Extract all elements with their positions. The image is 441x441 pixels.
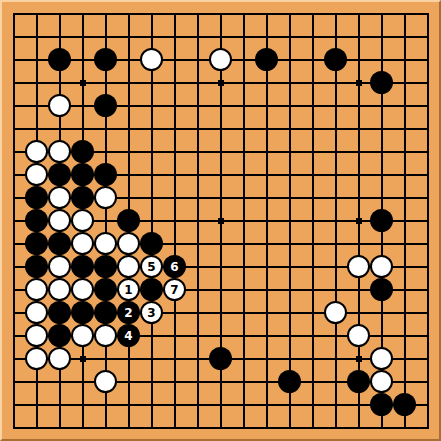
intersection[interactable] (117, 48, 140, 71)
intersection[interactable] (232, 347, 255, 370)
intersection[interactable] (370, 370, 393, 393)
intersection[interactable] (301, 48, 324, 71)
intersection[interactable] (232, 232, 255, 255)
intersection[interactable] (163, 25, 186, 48)
intersection[interactable] (255, 370, 278, 393)
intersection[interactable] (71, 209, 94, 232)
intersection[interactable] (347, 255, 370, 278)
intersection[interactable] (347, 347, 370, 370)
intersection[interactable] (71, 48, 94, 71)
intersection[interactable] (2, 324, 25, 347)
intersection[interactable] (48, 393, 71, 416)
intersection[interactable] (140, 278, 163, 301)
intersection[interactable] (347, 278, 370, 301)
intersection[interactable] (186, 370, 209, 393)
intersection[interactable]: 2 (117, 301, 140, 324)
intersection[interactable] (163, 48, 186, 71)
intersection[interactable] (117, 71, 140, 94)
intersection[interactable] (278, 370, 301, 393)
intersection[interactable] (347, 140, 370, 163)
intersection[interactable] (163, 232, 186, 255)
intersection[interactable] (25, 140, 48, 163)
intersection[interactable] (370, 117, 393, 140)
intersection[interactable] (232, 25, 255, 48)
intersection[interactable] (278, 278, 301, 301)
intersection[interactable] (186, 278, 209, 301)
intersection[interactable] (71, 370, 94, 393)
intersection[interactable] (416, 370, 439, 393)
intersection[interactable] (370, 393, 393, 416)
intersection[interactable] (301, 163, 324, 186)
intersection[interactable] (416, 186, 439, 209)
intersection[interactable] (25, 301, 48, 324)
intersection[interactable] (209, 278, 232, 301)
intersection[interactable] (278, 94, 301, 117)
intersection[interactable] (255, 393, 278, 416)
intersection[interactable] (232, 71, 255, 94)
intersection[interactable] (2, 416, 25, 439)
intersection[interactable] (25, 94, 48, 117)
intersection[interactable] (209, 94, 232, 117)
intersection[interactable] (140, 2, 163, 25)
intersection[interactable] (255, 324, 278, 347)
intersection[interactable]: 4 (117, 324, 140, 347)
intersection[interactable] (232, 163, 255, 186)
intersection[interactable] (94, 370, 117, 393)
intersection[interactable] (278, 347, 301, 370)
intersection[interactable] (71, 117, 94, 140)
intersection[interactable] (255, 416, 278, 439)
intersection[interactable] (301, 94, 324, 117)
intersection[interactable] (416, 393, 439, 416)
intersection[interactable] (48, 209, 71, 232)
intersection[interactable] (324, 25, 347, 48)
intersection[interactable] (140, 393, 163, 416)
intersection[interactable] (278, 25, 301, 48)
intersection[interactable] (186, 94, 209, 117)
intersection[interactable] (163, 301, 186, 324)
intersection[interactable] (140, 370, 163, 393)
intersection[interactable] (48, 301, 71, 324)
intersection[interactable] (2, 140, 25, 163)
intersection[interactable] (2, 278, 25, 301)
intersection[interactable] (163, 209, 186, 232)
intersection[interactable] (347, 2, 370, 25)
intersection[interactable] (324, 48, 347, 71)
intersection[interactable] (324, 186, 347, 209)
intersection[interactable] (2, 48, 25, 71)
intersection[interactable] (48, 324, 71, 347)
intersection[interactable] (2, 370, 25, 393)
intersection[interactable] (186, 301, 209, 324)
intersection[interactable] (347, 71, 370, 94)
intersection[interactable] (48, 255, 71, 278)
intersection[interactable] (301, 301, 324, 324)
intersection[interactable] (278, 163, 301, 186)
intersection[interactable] (186, 117, 209, 140)
intersection[interactable] (94, 209, 117, 232)
intersection[interactable] (94, 117, 117, 140)
intersection[interactable] (117, 393, 140, 416)
intersection[interactable] (370, 2, 393, 25)
intersection[interactable] (71, 94, 94, 117)
intersection[interactable] (232, 209, 255, 232)
intersection[interactable] (186, 416, 209, 439)
intersection[interactable]: 7 (163, 278, 186, 301)
intersection[interactable] (393, 71, 416, 94)
intersection[interactable] (324, 370, 347, 393)
intersection[interactable] (232, 370, 255, 393)
intersection[interactable] (278, 117, 301, 140)
intersection[interactable] (94, 186, 117, 209)
intersection[interactable] (2, 255, 25, 278)
intersection[interactable] (232, 186, 255, 209)
intersection[interactable] (163, 416, 186, 439)
intersection[interactable] (117, 255, 140, 278)
intersection[interactable] (301, 393, 324, 416)
intersection[interactable] (278, 301, 301, 324)
intersection[interactable] (209, 140, 232, 163)
intersection[interactable] (117, 232, 140, 255)
intersection[interactable] (163, 370, 186, 393)
intersection[interactable] (301, 232, 324, 255)
intersection[interactable] (140, 324, 163, 347)
intersection[interactable] (255, 48, 278, 71)
intersection[interactable] (278, 416, 301, 439)
intersection[interactable] (416, 347, 439, 370)
intersection[interactable] (140, 416, 163, 439)
intersection[interactable] (416, 416, 439, 439)
intersection[interactable] (416, 209, 439, 232)
intersection[interactable] (163, 71, 186, 94)
intersection[interactable] (416, 278, 439, 301)
intersection[interactable] (71, 25, 94, 48)
intersection[interactable] (393, 2, 416, 25)
intersection[interactable] (393, 186, 416, 209)
intersection[interactable] (232, 2, 255, 25)
intersection[interactable] (48, 186, 71, 209)
intersection[interactable] (232, 255, 255, 278)
intersection[interactable] (48, 2, 71, 25)
intersection[interactable] (324, 255, 347, 278)
intersection[interactable] (25, 25, 48, 48)
intersection[interactable] (232, 278, 255, 301)
intersection[interactable] (25, 163, 48, 186)
intersection[interactable] (140, 209, 163, 232)
intersection[interactable] (393, 232, 416, 255)
intersection[interactable] (324, 232, 347, 255)
intersection[interactable] (25, 209, 48, 232)
intersection[interactable] (393, 347, 416, 370)
intersection[interactable] (278, 255, 301, 278)
intersection[interactable] (255, 255, 278, 278)
intersection[interactable] (393, 48, 416, 71)
intersection[interactable] (25, 186, 48, 209)
intersection[interactable] (2, 232, 25, 255)
intersection[interactable] (71, 186, 94, 209)
intersection[interactable] (117, 186, 140, 209)
intersection[interactable] (209, 324, 232, 347)
intersection[interactable] (232, 393, 255, 416)
intersection[interactable] (94, 25, 117, 48)
intersection[interactable] (255, 278, 278, 301)
intersection[interactable] (94, 324, 117, 347)
intersection[interactable] (209, 71, 232, 94)
intersection[interactable] (163, 94, 186, 117)
intersection[interactable] (209, 2, 232, 25)
intersection[interactable] (140, 94, 163, 117)
intersection[interactable] (232, 117, 255, 140)
intersection[interactable] (117, 209, 140, 232)
intersection[interactable] (94, 94, 117, 117)
intersection[interactable] (186, 71, 209, 94)
intersection[interactable] (301, 2, 324, 25)
intersection[interactable] (117, 140, 140, 163)
intersection[interactable] (94, 301, 117, 324)
intersection[interactable] (324, 301, 347, 324)
intersection[interactable] (324, 393, 347, 416)
intersection[interactable] (370, 255, 393, 278)
intersection[interactable] (140, 163, 163, 186)
intersection[interactable] (25, 347, 48, 370)
intersection[interactable] (416, 163, 439, 186)
intersection[interactable] (232, 416, 255, 439)
intersection[interactable] (71, 232, 94, 255)
intersection[interactable] (255, 232, 278, 255)
intersection[interactable] (324, 94, 347, 117)
intersection[interactable] (117, 25, 140, 48)
intersection[interactable] (140, 140, 163, 163)
intersection[interactable] (186, 48, 209, 71)
intersection[interactable] (71, 301, 94, 324)
intersection[interactable] (186, 163, 209, 186)
intersection[interactable] (232, 301, 255, 324)
intersection[interactable] (209, 370, 232, 393)
intersection[interactable] (301, 209, 324, 232)
intersection[interactable] (25, 370, 48, 393)
intersection[interactable] (324, 278, 347, 301)
intersection[interactable] (209, 163, 232, 186)
intersection[interactable] (140, 48, 163, 71)
intersection[interactable] (393, 370, 416, 393)
intersection[interactable] (324, 140, 347, 163)
intersection[interactable] (393, 324, 416, 347)
intersection[interactable] (370, 94, 393, 117)
intersection[interactable] (416, 71, 439, 94)
intersection[interactable] (163, 163, 186, 186)
intersection[interactable] (370, 324, 393, 347)
intersection[interactable] (278, 140, 301, 163)
intersection[interactable] (2, 347, 25, 370)
intersection[interactable] (2, 117, 25, 140)
intersection[interactable] (209, 48, 232, 71)
intersection[interactable]: 6 (163, 255, 186, 278)
intersection[interactable] (347, 48, 370, 71)
intersection[interactable] (2, 71, 25, 94)
intersection[interactable] (94, 278, 117, 301)
intersection[interactable] (370, 71, 393, 94)
intersection[interactable] (393, 140, 416, 163)
intersection[interactable] (117, 370, 140, 393)
intersection[interactable] (140, 117, 163, 140)
intersection[interactable] (255, 94, 278, 117)
intersection[interactable] (393, 94, 416, 117)
intersection[interactable] (301, 324, 324, 347)
intersection[interactable] (71, 163, 94, 186)
intersection[interactable] (186, 209, 209, 232)
intersection[interactable] (186, 186, 209, 209)
intersection[interactable] (140, 25, 163, 48)
intersection[interactable] (255, 25, 278, 48)
intersection[interactable] (163, 2, 186, 25)
intersection[interactable] (94, 416, 117, 439)
intersection[interactable] (25, 48, 48, 71)
intersection[interactable] (209, 347, 232, 370)
intersection[interactable] (370, 186, 393, 209)
intersection[interactable] (48, 347, 71, 370)
intersection[interactable] (347, 301, 370, 324)
intersection[interactable] (416, 48, 439, 71)
intersection[interactable] (71, 140, 94, 163)
intersection[interactable] (278, 324, 301, 347)
intersection[interactable] (163, 347, 186, 370)
intersection[interactable] (255, 163, 278, 186)
intersection[interactable] (393, 416, 416, 439)
intersection[interactable] (94, 2, 117, 25)
intersection[interactable] (209, 255, 232, 278)
intersection[interactable] (232, 48, 255, 71)
intersection[interactable] (416, 117, 439, 140)
intersection[interactable] (278, 209, 301, 232)
intersection[interactable] (255, 347, 278, 370)
intersection[interactable] (255, 117, 278, 140)
intersection[interactable] (94, 48, 117, 71)
intersection[interactable] (324, 347, 347, 370)
intersection[interactable]: 3 (140, 301, 163, 324)
intersection[interactable] (163, 324, 186, 347)
intersection[interactable] (94, 71, 117, 94)
intersection[interactable] (370, 140, 393, 163)
intersection[interactable] (370, 163, 393, 186)
intersection[interactable] (25, 71, 48, 94)
intersection[interactable] (71, 347, 94, 370)
intersection[interactable] (186, 2, 209, 25)
intersection[interactable] (232, 140, 255, 163)
intersection[interactable] (209, 25, 232, 48)
intersection[interactable] (416, 255, 439, 278)
intersection[interactable] (209, 186, 232, 209)
intersection[interactable] (255, 209, 278, 232)
intersection[interactable] (48, 94, 71, 117)
intersection[interactable] (48, 140, 71, 163)
intersection[interactable] (347, 232, 370, 255)
intersection[interactable] (347, 94, 370, 117)
intersection[interactable] (163, 393, 186, 416)
intersection[interactable] (94, 393, 117, 416)
intersection[interactable] (94, 140, 117, 163)
intersection[interactable] (25, 416, 48, 439)
intersection[interactable] (416, 94, 439, 117)
intersection[interactable] (71, 2, 94, 25)
intersection[interactable] (370, 209, 393, 232)
intersection[interactable] (416, 232, 439, 255)
intersection[interactable] (94, 232, 117, 255)
intersection[interactable]: 1 (117, 278, 140, 301)
intersection[interactable] (48, 232, 71, 255)
intersection[interactable] (416, 324, 439, 347)
intersection[interactable] (209, 393, 232, 416)
intersection[interactable] (393, 25, 416, 48)
intersection[interactable] (393, 117, 416, 140)
intersection[interactable] (393, 393, 416, 416)
intersection[interactable] (416, 140, 439, 163)
intersection[interactable] (301, 416, 324, 439)
intersection[interactable] (94, 347, 117, 370)
intersection[interactable] (117, 94, 140, 117)
intersection[interactable] (186, 255, 209, 278)
intersection[interactable] (255, 140, 278, 163)
intersection[interactable] (2, 2, 25, 25)
intersection[interactable] (48, 25, 71, 48)
intersection[interactable] (347, 393, 370, 416)
intersection[interactable] (324, 416, 347, 439)
intersection[interactable] (209, 301, 232, 324)
intersection[interactable] (370, 48, 393, 71)
intersection[interactable] (347, 163, 370, 186)
intersection[interactable] (71, 393, 94, 416)
intersection[interactable] (2, 393, 25, 416)
intersection[interactable] (25, 2, 48, 25)
intersection[interactable] (278, 186, 301, 209)
intersection[interactable] (393, 301, 416, 324)
intersection[interactable] (347, 186, 370, 209)
intersection[interactable] (370, 301, 393, 324)
intersection[interactable] (186, 25, 209, 48)
intersection[interactable] (48, 48, 71, 71)
intersection[interactable] (301, 370, 324, 393)
intersection[interactable] (278, 2, 301, 25)
intersection[interactable] (278, 71, 301, 94)
intersection[interactable] (416, 301, 439, 324)
intersection[interactable] (255, 71, 278, 94)
intersection[interactable] (2, 209, 25, 232)
intersection[interactable] (140, 186, 163, 209)
intersection[interactable] (140, 232, 163, 255)
intersection[interactable] (163, 186, 186, 209)
intersection[interactable] (232, 324, 255, 347)
intersection[interactable] (48, 163, 71, 186)
intersection[interactable] (140, 347, 163, 370)
intersection[interactable] (278, 393, 301, 416)
intersection[interactable] (301, 278, 324, 301)
intersection[interactable] (186, 393, 209, 416)
intersection[interactable] (324, 324, 347, 347)
intersection[interactable] (25, 324, 48, 347)
intersection[interactable] (370, 416, 393, 439)
intersection[interactable] (324, 163, 347, 186)
intersection[interactable] (117, 117, 140, 140)
intersection[interactable] (393, 209, 416, 232)
intersection[interactable]: 5 (140, 255, 163, 278)
intersection[interactable] (232, 94, 255, 117)
intersection[interactable] (301, 117, 324, 140)
intersection[interactable] (25, 232, 48, 255)
intersection[interactable] (186, 347, 209, 370)
intersection[interactable] (25, 255, 48, 278)
intersection[interactable] (48, 71, 71, 94)
intersection[interactable] (278, 232, 301, 255)
intersection[interactable] (347, 25, 370, 48)
